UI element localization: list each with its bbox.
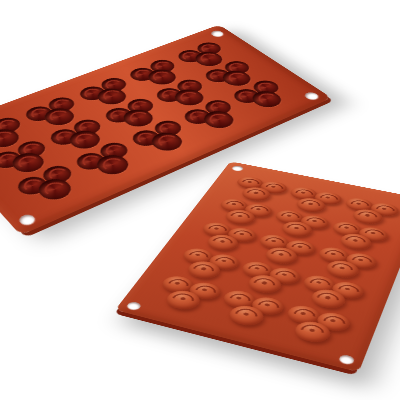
bump-grid [145, 173, 400, 350]
hanging-hole [17, 213, 38, 227]
hanging-hole [338, 354, 355, 365]
hanging-hole [302, 91, 320, 101]
product-photo [0, 0, 400, 400]
mold-underside [115, 161, 400, 372]
hanging-hole [209, 30, 225, 38]
hanging-hole [231, 165, 244, 171]
hanging-hole [126, 301, 143, 311]
